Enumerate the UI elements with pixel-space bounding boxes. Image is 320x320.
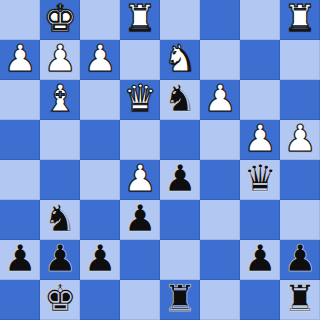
square-r7-c4[interactable]: ♜: [160, 280, 200, 320]
white-pawn-piece[interactable]: ♟: [283, 119, 316, 159]
square-r4-c6[interactable]: ♛: [240, 160, 280, 200]
black-knight-piece[interactable]: ♞: [43, 199, 76, 239]
square-r0-c3[interactable]: ♜: [120, 0, 160, 40]
square-r1-c6[interactable]: [240, 40, 280, 80]
square-r4-c4[interactable]: ♟: [160, 160, 200, 200]
square-r3-c6[interactable]: ♟: [240, 120, 280, 160]
white-pawn-piece[interactable]: ♟: [203, 79, 236, 119]
square-r2-c5[interactable]: ♟: [200, 80, 240, 120]
square-r6-c4[interactable]: [160, 240, 200, 280]
square-r7-c2[interactable]: [80, 280, 120, 320]
square-r0-c2[interactable]: [80, 0, 120, 40]
white-queen-piece[interactable]: ♛: [123, 79, 156, 119]
white-pawn-piece[interactable]: ♟: [43, 39, 76, 79]
square-r6-c6[interactable]: ♟: [240, 240, 280, 280]
square-r3-c4[interactable]: [160, 120, 200, 160]
black-queen-piece[interactable]: ♛: [243, 159, 276, 199]
square-r1-c0[interactable]: ♟: [0, 40, 40, 80]
square-r5-c3[interactable]: ♟: [120, 200, 160, 240]
square-r6-c0[interactable]: ♟: [0, 240, 40, 280]
black-pawn-piece[interactable]: ♟: [243, 239, 276, 279]
square-r3-c0[interactable]: [0, 120, 40, 160]
square-r4-c7[interactable]: [280, 160, 320, 200]
black-pawn-piece[interactable]: ♟: [83, 239, 116, 279]
square-r7-c7[interactable]: ♜: [280, 280, 320, 320]
square-r4-c3[interactable]: ♟: [120, 160, 160, 200]
black-pawn-piece[interactable]: ♟: [283, 239, 316, 279]
black-pawn-piece[interactable]: ♟: [3, 239, 36, 279]
square-r1-c4[interactable]: ♞: [160, 40, 200, 80]
square-r0-c0[interactable]: [0, 0, 40, 40]
square-r3-c2[interactable]: [80, 120, 120, 160]
black-pawn-piece[interactable]: ♟: [163, 159, 196, 199]
square-r7-c1[interactable]: ♚: [40, 280, 80, 320]
square-r2-c4[interactable]: ♞: [160, 80, 200, 120]
square-r0-c4[interactable]: [160, 0, 200, 40]
square-r4-c5[interactable]: [200, 160, 240, 200]
square-r3-c1[interactable]: [40, 120, 80, 160]
white-pawn-piece[interactable]: ♟: [243, 119, 276, 159]
square-r5-c4[interactable]: [160, 200, 200, 240]
square-r6-c5[interactable]: [200, 240, 240, 280]
square-r6-c7[interactable]: ♟: [280, 240, 320, 280]
square-r0-c1[interactable]: ♚: [40, 0, 80, 40]
square-r1-c5[interactable]: [200, 40, 240, 80]
black-rook-piece[interactable]: ♜: [163, 279, 196, 319]
square-r0-c5[interactable]: [200, 0, 240, 40]
square-r3-c3[interactable]: [120, 120, 160, 160]
square-r7-c0[interactable]: [0, 280, 40, 320]
square-r0-c7[interactable]: ♜: [280, 0, 320, 40]
square-r2-c7[interactable]: [280, 80, 320, 120]
square-r5-c0[interactable]: [0, 200, 40, 240]
square-r5-c1[interactable]: ♞: [40, 200, 80, 240]
square-r6-c2[interactable]: ♟: [80, 240, 120, 280]
white-knight-piece[interactable]: ♞: [163, 39, 196, 79]
white-pawn-piece[interactable]: ♟: [3, 39, 36, 79]
white-pawn-piece[interactable]: ♟: [123, 159, 156, 199]
square-r4-c0[interactable]: [0, 160, 40, 200]
white-rook-piece[interactable]: ♜: [283, 0, 316, 39]
square-r2-c0[interactable]: [0, 80, 40, 120]
white-rook-piece[interactable]: ♜: [123, 0, 156, 39]
square-r4-c2[interactable]: [80, 160, 120, 200]
square-r5-c7[interactable]: [280, 200, 320, 240]
square-r6-c3[interactable]: [120, 240, 160, 280]
square-r4-c1[interactable]: [40, 160, 80, 200]
square-r7-c3[interactable]: [120, 280, 160, 320]
square-r2-c1[interactable]: ♝: [40, 80, 80, 120]
chess-board: ♚♜♜♟♟♟♞♝♛♞♟♟♟♟♟♛♞♟♟♟♟♟♟♚♜♜: [0, 0, 320, 320]
square-r2-c6[interactable]: [240, 80, 280, 120]
black-pawn-piece[interactable]: ♟: [123, 199, 156, 239]
square-r2-c2[interactable]: [80, 80, 120, 120]
square-r7-c5[interactable]: [200, 280, 240, 320]
black-knight-piece[interactable]: ♞: [163, 79, 196, 119]
square-r5-c5[interactable]: [200, 200, 240, 240]
black-pawn-piece[interactable]: ♟: [43, 239, 76, 279]
square-r6-c1[interactable]: ♟: [40, 240, 80, 280]
square-r5-c2[interactable]: [80, 200, 120, 240]
square-r1-c2[interactable]: ♟: [80, 40, 120, 80]
white-bishop-piece[interactable]: ♝: [43, 79, 76, 119]
square-r5-c6[interactable]: [240, 200, 280, 240]
square-r7-c6[interactable]: [240, 280, 280, 320]
square-r1-c7[interactable]: [280, 40, 320, 80]
square-r0-c6[interactable]: [240, 0, 280, 40]
square-r1-c1[interactable]: ♟: [40, 40, 80, 80]
square-r3-c5[interactable]: [200, 120, 240, 160]
square-r2-c3[interactable]: ♛: [120, 80, 160, 120]
white-king-piece[interactable]: ♚: [43, 0, 76, 39]
black-rook-piece[interactable]: ♜: [283, 279, 316, 319]
square-r3-c7[interactable]: ♟: [280, 120, 320, 160]
black-king-piece[interactable]: ♚: [43, 279, 76, 319]
white-pawn-piece[interactable]: ♟: [83, 39, 116, 79]
square-r1-c3[interactable]: [120, 40, 160, 80]
